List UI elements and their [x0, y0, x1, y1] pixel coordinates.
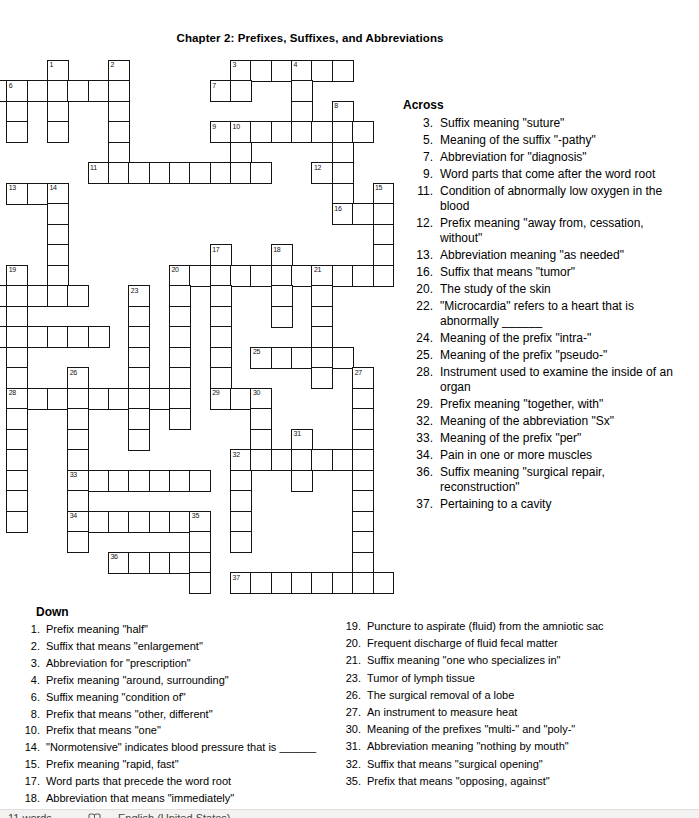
clue-item: 26.The surgical removal of a lobe [330, 689, 699, 702]
grid-cell[interactable] [169, 552, 191, 574]
grid-cell[interactable] [311, 347, 333, 369]
grid-cell[interactable] [169, 162, 191, 184]
grid-cell[interactable] [169, 285, 191, 307]
grid-cell[interactable] [352, 490, 374, 512]
clue-text: Word parts that precede the word root [46, 775, 341, 788]
grid-cell[interactable] [128, 162, 150, 184]
cell-number: 8 [334, 102, 338, 109]
grid-cell[interactable] [88, 326, 110, 348]
grid-cell[interactable] [352, 388, 374, 410]
grid-cell[interactable] [27, 285, 49, 307]
grid-cell[interactable] [149, 511, 171, 533]
grid-cell[interactable]: 37 [230, 572, 252, 594]
clue-item: 28.Instrument used to examine the inside… [403, 365, 693, 395]
clue-num: 4. [0, 674, 46, 687]
cell-number: 12 [314, 164, 321, 171]
grid-cell[interactable]: 31 [291, 429, 313, 451]
grid-cell[interactable]: 28 [6, 388, 28, 410]
grid-cell[interactable] [291, 265, 313, 287]
grid-cell[interactable] [128, 511, 150, 533]
grid-cell[interactable] [88, 388, 110, 410]
clue-item: 27.An instrument to measure heat [330, 706, 699, 719]
grid-cell[interactable] [230, 162, 252, 184]
grid-cell[interactable] [189, 265, 211, 287]
clue-text: Prefix meaning "rapid, fast" [46, 758, 341, 771]
clue-num: 12. [403, 216, 440, 231]
grid-cell[interactable] [149, 470, 171, 492]
grid-cell[interactable]: 12 [311, 162, 333, 184]
grid-cell[interactable] [250, 121, 272, 143]
grid-cell[interactable] [271, 347, 293, 369]
grid-cell[interactable] [352, 203, 374, 225]
cell-number: 31 [294, 430, 301, 437]
grid-cell[interactable] [271, 265, 293, 287]
clue-item: 34.Pain in one or more muscles [403, 448, 693, 463]
grid-cell[interactable] [169, 326, 191, 348]
grid-cell[interactable] [230, 511, 252, 533]
clue-item: 18.Abbreviation that means "immediately" [0, 792, 348, 805]
grid-cell[interactable] [67, 531, 89, 553]
grid-cell[interactable] [169, 470, 191, 492]
cell-number: 27 [355, 369, 362, 376]
grid-cell[interactable] [230, 388, 252, 410]
grid-cell[interactable] [189, 552, 211, 574]
grid-cell[interactable] [6, 490, 28, 512]
grid-cell[interactable] [108, 388, 130, 410]
grid-cell[interactable] [108, 80, 130, 102]
grid-cell[interactable] [6, 121, 28, 143]
clue-item: 15.Prefix meaning "rapid, fast" [0, 758, 348, 771]
grid-cell[interactable]: 21 [311, 265, 333, 287]
grid-cell[interactable] [271, 121, 293, 143]
grid-cell[interactable] [169, 388, 191, 410]
grid-cell[interactable] [271, 285, 293, 307]
grid-cell[interactable] [271, 306, 293, 328]
grid-cell[interactable] [311, 60, 333, 82]
grid-cell[interactable] [352, 265, 374, 287]
grid-cell[interactable] [47, 388, 69, 410]
grid-cell[interactable] [47, 285, 69, 307]
grid-cell[interactable] [108, 470, 130, 492]
grid-cell[interactable] [6, 101, 28, 123]
cell-number: 25 [253, 348, 260, 355]
grid-cell[interactable] [352, 470, 374, 492]
cell-number: 3 [233, 61, 237, 68]
clue-text: Suffix meaning "condition of" [46, 691, 341, 704]
clue-item: 33.Meaning of the prefix "per" [403, 431, 693, 446]
clue-text: Prefix meaning "around, surrounding" [46, 674, 341, 687]
grid-cell[interactable] [210, 367, 232, 389]
grid-cell[interactable] [311, 367, 333, 389]
grid-cell[interactable] [128, 408, 150, 430]
grid-cell[interactable]: 7 [210, 80, 232, 102]
grid-cell[interactable] [352, 511, 374, 533]
cell-number: 9 [212, 123, 216, 130]
clue-item: 16.Suffix that means "tumor" [403, 265, 693, 280]
grid-cell[interactable] [88, 511, 110, 533]
grid-cell[interactable] [230, 470, 252, 492]
clue-text: An instrument to measure heat [367, 706, 692, 719]
clue-item: 9.Word parts that come after the word ro… [403, 167, 693, 182]
clue-item: 32.Suffix that means "surgical opening" [330, 758, 699, 771]
clue-text: Prefix that means "one" [46, 724, 341, 737]
grid-cell[interactable] [47, 326, 69, 348]
grid-cell[interactable] [47, 101, 69, 123]
grid-cell[interactable] [27, 326, 49, 348]
grid-cell[interactable] [169, 408, 191, 430]
grid-cell[interactable] [230, 142, 252, 164]
clue-item: 19.Puncture to aspirate (fluid) from the… [330, 620, 699, 633]
grid-cell[interactable] [271, 60, 293, 82]
grid-cell[interactable]: 36 [108, 552, 130, 574]
grid-cell[interactable] [210, 285, 232, 307]
grid-cell[interactable]: 30 [250, 388, 272, 410]
grid-cell[interactable] [373, 203, 395, 225]
grid-cell[interactable] [332, 121, 354, 143]
clue-num: 36. [403, 465, 440, 480]
grid-cell[interactable] [210, 306, 232, 328]
grid-cell[interactable] [6, 449, 28, 471]
grid-cell[interactable] [311, 572, 333, 594]
grid-cell[interactable] [128, 367, 150, 389]
grid-cell[interactable] [311, 326, 333, 348]
grid-cell[interactable] [210, 326, 232, 348]
grid-cell[interactable] [271, 449, 293, 471]
grid-cell[interactable] [210, 265, 232, 287]
grid-cell[interactable] [27, 183, 49, 205]
grid-cell[interactable] [88, 80, 110, 102]
grid-cell[interactable] [352, 449, 374, 471]
grid-cell[interactable] [47, 80, 69, 102]
grid-cell[interactable]: 33 [67, 470, 89, 492]
grid-cell[interactable] [169, 511, 191, 533]
grid-cell[interactable] [250, 572, 272, 594]
clue-num: 30. [330, 723, 367, 736]
grid-cell[interactable] [128, 306, 150, 328]
grid-cell[interactable] [332, 60, 354, 82]
grid-cell[interactable] [352, 408, 374, 430]
clue-text: Abbreviation meaning "nothing by mouth" [367, 740, 692, 753]
cell-number: 20 [172, 266, 179, 273]
grid-cell[interactable] [47, 224, 69, 246]
clue-text: Meaning of the suffix "-pathy" [440, 133, 686, 148]
grid-cell[interactable] [67, 408, 89, 430]
clue-num: 21. [330, 654, 367, 667]
grid-cell[interactable] [149, 388, 171, 410]
grid-cell[interactable] [332, 142, 354, 164]
grid-cell[interactable] [67, 490, 89, 512]
grid-cell[interactable] [332, 265, 354, 287]
clue-item: 13.Abbreviation meaning "as needed" [403, 248, 693, 263]
language-status[interactable]: English (United States) [118, 812, 231, 818]
grid-cell[interactable] [88, 470, 110, 492]
grid-cell[interactable]: 18 [271, 244, 293, 266]
grid-cell[interactable] [67, 449, 89, 471]
grid-cell[interactable] [27, 80, 49, 102]
cell-number: 29 [212, 389, 219, 396]
clue-text: Word parts that come after the word root [440, 167, 686, 182]
clue-num: 34. [403, 448, 440, 463]
grid-cell[interactable] [128, 552, 150, 574]
grid-cell[interactable]: 16 [332, 203, 354, 225]
clue-text: Meaning of the prefix "intra-" [440, 331, 686, 346]
grid-cell[interactable] [169, 367, 191, 389]
grid-cell[interactable] [291, 572, 313, 594]
grid-cell[interactable]: 25 [250, 347, 272, 369]
clue-item: 8.Prefix that means "other, different" [0, 708, 348, 721]
grid-cell[interactable] [291, 470, 313, 492]
clue-item: 12.Prefix meaning "away from, cessation,… [403, 216, 693, 246]
clue-text: The surgical removal of a lobe [367, 689, 692, 702]
clue-num: 11. [403, 184, 440, 199]
grid-cell[interactable]: 9 [210, 121, 232, 143]
grid-cell[interactable] [332, 183, 354, 205]
clue-text: Suffix that means "surgical opening" [367, 758, 692, 771]
grid-cell[interactable] [189, 572, 211, 594]
grid-cell[interactable] [332, 572, 354, 594]
grid-cell[interactable]: 26 [67, 367, 89, 389]
clue-num: 6. [0, 691, 46, 704]
grid-cell[interactable] [128, 429, 150, 451]
cell-number: 35 [192, 512, 199, 519]
grid-cell[interactable] [311, 449, 333, 471]
grid-cell[interactable] [189, 162, 211, 184]
grid-cell[interactable] [6, 367, 28, 389]
grid-cell[interactable]: 35 [189, 511, 211, 533]
grid-cell[interactable]: 17 [210, 244, 232, 266]
clue-num: 26. [330, 689, 367, 702]
clue-item: 10.Prefix that means "one" [0, 724, 348, 737]
clue-num: 3. [403, 116, 440, 131]
grid-cell[interactable] [230, 80, 252, 102]
grid-cell[interactable] [373, 244, 395, 266]
grid-cell[interactable] [67, 388, 89, 410]
clue-num: 32. [403, 414, 440, 429]
grid-cell[interactable]: 10 [230, 121, 252, 143]
grid-cell[interactable] [128, 347, 150, 369]
grid-cell[interactable] [128, 326, 150, 348]
grid-cell[interactable] [230, 490, 252, 512]
grid-cell[interactable]: 20 [169, 265, 191, 287]
clue-num: 14. [0, 741, 46, 754]
clue-text: Meaning of the prefixes "multi-" and "po… [367, 723, 692, 736]
clue-text: Pain in one or more muscles [440, 448, 686, 463]
clue-item: 4.Prefix meaning "around, surrounding" [0, 674, 348, 687]
down-header: Down [36, 606, 348, 619]
cell-number: 32 [233, 451, 240, 458]
grid-cell[interactable] [250, 265, 272, 287]
clue-text: Suffix meaning "surgical repair, reconst… [440, 465, 686, 495]
clue-text: Abbreviation meaning "as needed" [440, 248, 686, 263]
grid-cell[interactable] [27, 388, 49, 410]
grid-cell[interactable] [67, 285, 89, 307]
cell-number: 2 [110, 61, 114, 68]
grid-cell[interactable] [332, 162, 354, 184]
cell-number: 4 [294, 61, 298, 68]
grid-cell[interactable] [6, 326, 28, 348]
down-section-left: Down 1.Prefix meaning "half"2.Suffix tha… [0, 606, 348, 809]
cell-number: 1 [49, 61, 53, 68]
clue-text: Frequent discharge of fluid fecal matter [367, 637, 692, 650]
clue-text: Prefix that means "opposing, against" [367, 775, 692, 788]
clue-item: 37.Pertaining to a cavity [403, 497, 693, 512]
grid-cell[interactable] [67, 326, 89, 348]
clue-item: 6.Suffix meaning "condition of" [0, 691, 348, 704]
clue-num: 7. [403, 150, 440, 165]
word-count[interactable]: 11 words [8, 812, 52, 818]
grid-cell[interactable]: 15 [373, 183, 395, 205]
grid-cell[interactable]: 13 [6, 183, 28, 205]
grid-cell[interactable] [6, 285, 28, 307]
clue-text: Meaning of the prefix "per" [440, 431, 686, 446]
grid-cell[interactable]: 27 [352, 367, 374, 389]
grid-cell[interactable] [108, 121, 130, 143]
across-header: Across [403, 99, 693, 112]
grid-cell[interactable] [291, 101, 313, 123]
grid-cell[interactable] [128, 470, 150, 492]
clue-num: 20. [330, 637, 367, 650]
grid-cell[interactable] [169, 347, 191, 369]
grid-cell[interactable] [332, 449, 354, 471]
clue-item: 11.Condition of abnormally low oxygen in… [403, 184, 693, 214]
across-list: 3.Suffix meaning "suture"5.Meaning of th… [403, 116, 693, 512]
grid-cell[interactable] [47, 244, 69, 266]
grid-cell[interactable] [6, 429, 28, 451]
grid-cell[interactable]: 4 [291, 60, 313, 82]
grid-cell[interactable]: 29 [210, 388, 232, 410]
clue-item: 7.Abbreviation for "diagnosis" [403, 150, 693, 165]
clue-num: 22. [403, 299, 440, 314]
grid-cell[interactable] [311, 121, 333, 143]
clue-item: 1.Prefix meaning "half" [0, 623, 348, 636]
grid-cell[interactable] [271, 572, 293, 594]
clue-num: 16. [403, 265, 440, 280]
grid-cell[interactable] [373, 572, 395, 594]
clue-num: 29. [403, 397, 440, 412]
grid-cell[interactable] [67, 80, 89, 102]
grid-cell[interactable]: 19 [6, 265, 28, 287]
clue-num: 17. [0, 775, 46, 788]
clue-text: Suffix meaning "suture" [440, 116, 686, 131]
clue-num: 32. [330, 758, 367, 771]
grid-cell[interactable] [67, 429, 89, 451]
grid-cell[interactable] [210, 162, 232, 184]
grid-cell[interactable] [352, 572, 374, 594]
clue-num: 37. [403, 497, 440, 512]
cell-number: 34 [70, 512, 77, 519]
grid-cell[interactable] [291, 347, 313, 369]
grid-cell[interactable] [149, 162, 171, 184]
grid-cell[interactable]: 3 [230, 60, 252, 82]
grid-cell[interactable] [311, 306, 333, 328]
grid-cell[interactable]: 34 [67, 511, 89, 533]
clue-item: 20.The study of the skin [403, 282, 693, 297]
clue-num: 31. [330, 740, 367, 753]
grid-cell[interactable] [47, 121, 69, 143]
grid-cell[interactable] [230, 265, 252, 287]
cell-number: 6 [9, 82, 13, 89]
grid-cell[interactable]: 23 [128, 285, 150, 307]
clue-text: "Microcardia" refers to a heart that is … [440, 299, 686, 329]
grid-cell[interactable] [332, 347, 354, 369]
grid-cell[interactable]: 2 [108, 60, 130, 82]
grid-cell[interactable] [291, 449, 313, 471]
clue-num: 3. [0, 657, 46, 670]
grid-cell[interactable] [230, 531, 252, 553]
grid-cell[interactable] [291, 80, 313, 102]
grid-cell[interactable] [47, 265, 69, 287]
grid-cell[interactable]: 32 [230, 449, 252, 471]
clue-num: 13. [403, 248, 440, 263]
grid-cell[interactable]: 6 [6, 80, 28, 102]
grid-cell[interactable] [210, 347, 232, 369]
cell-number: 28 [9, 389, 16, 396]
clue-text: Abbreviation for "prescription" [46, 657, 341, 670]
clue-num: 24. [403, 331, 440, 346]
grid-cell[interactable] [352, 121, 374, 143]
grid-cell[interactable] [311, 285, 333, 307]
clue-item: 36.Suffix meaning "surgical repair, reco… [403, 465, 693, 495]
grid-cell[interactable] [352, 552, 374, 574]
grid-cell[interactable] [6, 347, 28, 369]
grid-cell[interactable]: 8 [332, 101, 354, 123]
grid-cell[interactable] [47, 203, 69, 225]
grid-cell[interactable] [250, 449, 272, 471]
cell-number: 21 [314, 266, 321, 273]
grid-cell[interactable] [108, 511, 130, 533]
grid-cell[interactable] [250, 408, 272, 430]
clue-text: Tumor of lymph tissue [367, 672, 692, 685]
grid-cell[interactable] [108, 162, 130, 184]
proofing-book-icon[interactable] [88, 813, 101, 818]
grid-cell[interactable] [149, 552, 171, 574]
down-section-right: 19.Puncture to aspirate (fluid) from the… [330, 620, 699, 792]
down-list-right: 19.Puncture to aspirate (fluid) from the… [330, 620, 699, 788]
grid-cell[interactable] [189, 531, 211, 553]
clue-item: 31.Abbreviation meaning "nothing by mout… [330, 740, 699, 753]
clue-num: 23. [330, 672, 367, 685]
clue-num: 20. [403, 282, 440, 297]
grid-cell[interactable] [108, 101, 130, 123]
clue-item: 29.Prefix meaning "together, with" [403, 397, 693, 412]
grid-cell[interactable]: 11 [88, 162, 110, 184]
grid-cell[interactable] [250, 429, 272, 451]
grid-cell[interactable] [128, 388, 150, 410]
grid-cell[interactable]: 1 [47, 60, 69, 82]
clue-num: 25. [403, 348, 440, 363]
cell-number: 7 [212, 82, 216, 89]
grid-cell[interactable] [250, 60, 272, 82]
clue-text: Suffix that means "enlargement" [46, 640, 341, 653]
clue-text: The study of the skin [440, 282, 686, 297]
grid-cell[interactable] [291, 121, 313, 143]
grid-cell[interactable] [373, 224, 395, 246]
grid-cell[interactable] [373, 265, 395, 287]
grid-cell[interactable] [6, 306, 28, 328]
clue-item: 23.Tumor of lymph tissue [330, 672, 699, 685]
grid-cell[interactable] [250, 162, 272, 184]
grid-cell[interactable] [169, 306, 191, 328]
grid-cell[interactable] [352, 429, 374, 451]
grid-cell[interactable] [6, 470, 28, 492]
grid-cell[interactable] [6, 408, 28, 430]
grid-cell[interactable] [352, 531, 374, 553]
grid-cell[interactable]: 14 [47, 183, 69, 205]
clue-text: Meaning of the abbreviation "Sx" [440, 414, 686, 429]
grid-cell[interactable] [189, 470, 211, 492]
grid-cell[interactable] [108, 142, 130, 164]
grid-cell[interactable] [6, 511, 28, 533]
